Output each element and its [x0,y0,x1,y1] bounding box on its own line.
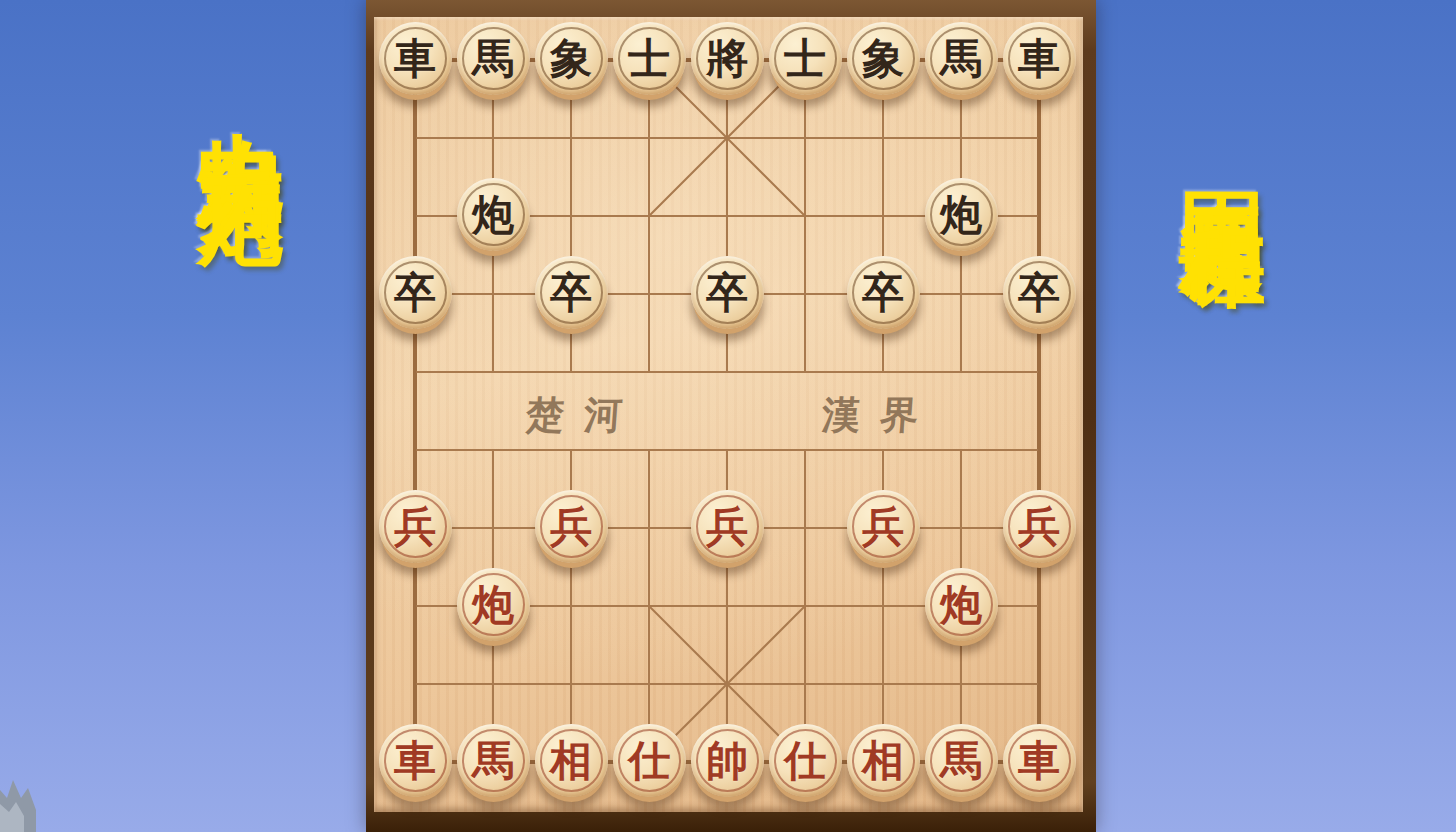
piece-red-soldier[interactable]: 兵 [1003,490,1076,563]
piece-glyph: 相 [550,740,592,782]
piece-red-soldier[interactable]: 兵 [379,490,452,563]
piece-black-horse[interactable]: 馬 [925,22,998,95]
left-caption: 中炮对大手列炮 [184,62,301,125]
piece-red-elephant[interactable]: 相 [847,724,920,797]
piece-red-soldier[interactable]: 兵 [691,490,764,563]
piece-black-horse[interactable]: 馬 [457,22,530,95]
piece-red-chariot[interactable]: 車 [1003,724,1076,797]
piece-glyph: 帥 [706,740,748,782]
piece-black-soldier[interactable]: 卒 [1003,256,1076,329]
piece-black-soldier[interactable]: 卒 [379,256,452,329]
piece-red-horse[interactable]: 馬 [925,724,998,797]
piece-glyph: 車 [1018,38,1060,80]
piece-red-general[interactable]: 帥 [691,724,764,797]
piece-glyph: 卒 [1018,272,1060,314]
piece-black-chariot[interactable]: 車 [379,22,452,95]
piece-glyph: 卒 [862,272,904,314]
piece-red-chariot[interactable]: 車 [379,724,452,797]
piece-black-cannon[interactable]: 炮 [457,178,530,251]
piece-glyph: 卒 [394,272,436,314]
piece-red-advisor[interactable]: 仕 [613,724,686,797]
piece-glyph: 象 [550,38,592,80]
piece-red-cannon[interactable]: 炮 [457,568,530,641]
piece-glyph: 士 [628,38,670,80]
piece-glyph: 車 [1018,740,1060,782]
mountain-decoration-icon [0,768,46,832]
piece-black-soldier[interactable]: 卒 [847,256,920,329]
piece-black-chariot[interactable]: 車 [1003,22,1076,95]
piece-black-elephant[interactable]: 象 [847,22,920,95]
piece-glyph: 車 [394,740,436,782]
piece-glyph: 兵 [1018,506,1060,548]
piece-glyph: 馬 [940,38,982,80]
right-caption: 固定开局课程 [1166,124,1283,172]
piece-glyph: 兵 [550,506,592,548]
piece-glyph: 卒 [550,272,592,314]
piece-glyph: 仕 [628,740,670,782]
piece-glyph: 炮 [472,584,514,626]
piece-black-soldier[interactable]: 卒 [535,256,608,329]
piece-glyph: 象 [862,38,904,80]
piece-black-elephant[interactable]: 象 [535,22,608,95]
piece-black-advisor[interactable]: 士 [769,22,842,95]
piece-glyph: 車 [394,38,436,80]
pieces-layer: 車馬象士將士象馬車炮炮卒卒卒卒卒兵兵兵兵兵炮炮車馬相仕帥仕相馬車 [366,0,1096,832]
piece-glyph: 相 [862,740,904,782]
piece-glyph: 兵 [706,506,748,548]
piece-glyph: 炮 [940,194,982,236]
piece-red-cannon[interactable]: 炮 [925,568,998,641]
piece-glyph: 馬 [940,740,982,782]
piece-red-elephant[interactable]: 相 [535,724,608,797]
piece-glyph: 士 [784,38,826,80]
piece-glyph: 馬 [472,740,514,782]
piece-glyph: 仕 [784,740,826,782]
piece-red-soldier[interactable]: 兵 [847,490,920,563]
piece-black-cannon[interactable]: 炮 [925,178,998,251]
piece-black-soldier[interactable]: 卒 [691,256,764,329]
piece-glyph: 馬 [472,38,514,80]
piece-red-advisor[interactable]: 仕 [769,724,842,797]
piece-glyph: 將 [706,38,748,80]
piece-glyph: 兵 [394,506,436,548]
piece-black-general[interactable]: 將 [691,22,764,95]
piece-black-advisor[interactable]: 士 [613,22,686,95]
piece-red-soldier[interactable]: 兵 [535,490,608,563]
piece-glyph: 卒 [706,272,748,314]
piece-glyph: 兵 [862,506,904,548]
video-frame: 中炮对大手列炮 固定开局课程 楚河 漢界 車馬象士將士象馬車炮炮卒卒卒卒卒兵兵兵… [0,0,1456,832]
piece-glyph: 炮 [472,194,514,236]
piece-red-horse[interactable]: 馬 [457,724,530,797]
piece-glyph: 炮 [940,584,982,626]
xiangqi-board: 楚河 漢界 車馬象士將士象馬車炮炮卒卒卒卒卒兵兵兵兵兵炮炮車馬相仕帥仕相馬車 [366,0,1096,832]
